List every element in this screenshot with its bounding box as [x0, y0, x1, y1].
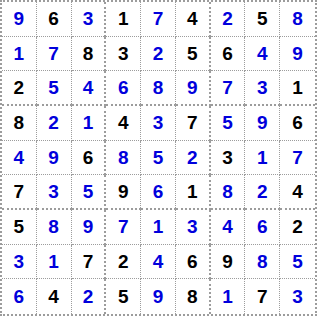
cell-r8c8[interactable]: 8 — [245, 245, 280, 280]
cell-r9c8[interactable]: 7 — [245, 279, 280, 314]
cell-r2c5[interactable]: 2 — [141, 37, 176, 72]
cell-r6c6[interactable]: 1 — [176, 175, 211, 210]
cell-r4c4[interactable]: 4 — [106, 106, 141, 141]
cell-r6c1[interactable]: 7 — [2, 175, 37, 210]
cell-r9c1[interactable]: 6 — [2, 279, 37, 314]
cell-r8c2[interactable]: 1 — [37, 245, 72, 280]
cell-r8c3[interactable]: 7 — [72, 245, 107, 280]
cell-r4c6[interactable]: 7 — [176, 106, 211, 141]
cell-r3c7[interactable]: 7 — [211, 71, 246, 106]
cell-r6c5[interactable]: 6 — [141, 175, 176, 210]
cell-r1c5[interactable]: 7 — [141, 2, 176, 37]
cell-r3c6[interactable]: 9 — [176, 71, 211, 106]
cell-r6c4[interactable]: 9 — [106, 175, 141, 210]
cell-r5c7[interactable]: 3 — [211, 141, 246, 176]
cell-r2c1[interactable]: 1 — [2, 37, 37, 72]
cell-r8c7[interactable]: 9 — [211, 245, 246, 280]
sudoku-board: 9631742581783256492546897318214375964968… — [0, 0, 317, 316]
cell-r9c4[interactable]: 5 — [106, 279, 141, 314]
cell-r9c5[interactable]: 9 — [141, 279, 176, 314]
cell-r2c9[interactable]: 9 — [280, 37, 315, 72]
cell-r1c6[interactable]: 4 — [176, 2, 211, 37]
cell-r4c9[interactable]: 6 — [280, 106, 315, 141]
cell-r6c3[interactable]: 5 — [72, 175, 107, 210]
cell-r7c4[interactable]: 7 — [106, 210, 141, 245]
cell-r9c9[interactable]: 3 — [280, 279, 315, 314]
cell-r5c1[interactable]: 4 — [2, 141, 37, 176]
cell-r3c2[interactable]: 5 — [37, 71, 72, 106]
cell-r8c1[interactable]: 3 — [2, 245, 37, 280]
cell-r2c8[interactable]: 4 — [245, 37, 280, 72]
cell-r4c7[interactable]: 5 — [211, 106, 246, 141]
cell-r1c7[interactable]: 2 — [211, 2, 246, 37]
cell-r6c8[interactable]: 2 — [245, 175, 280, 210]
cell-r1c1[interactable]: 9 — [2, 2, 37, 37]
cell-r8c9[interactable]: 5 — [280, 245, 315, 280]
cell-r5c8[interactable]: 1 — [245, 141, 280, 176]
cell-r5c6[interactable]: 2 — [176, 141, 211, 176]
cell-r1c9[interactable]: 8 — [280, 2, 315, 37]
cell-r9c2[interactable]: 4 — [37, 279, 72, 314]
cell-r7c3[interactable]: 9 — [72, 210, 107, 245]
cell-r2c6[interactable]: 5 — [176, 37, 211, 72]
cell-r2c4[interactable]: 3 — [106, 37, 141, 72]
cell-r1c8[interactable]: 5 — [245, 2, 280, 37]
cell-r2c2[interactable]: 7 — [37, 37, 72, 72]
cell-r8c6[interactable]: 6 — [176, 245, 211, 280]
cell-r5c5[interactable]: 5 — [141, 141, 176, 176]
cell-r3c5[interactable]: 8 — [141, 71, 176, 106]
cell-r9c7[interactable]: 1 — [211, 279, 246, 314]
cell-r4c1[interactable]: 8 — [2, 106, 37, 141]
cell-r8c5[interactable]: 4 — [141, 245, 176, 280]
cell-r8c4[interactable]: 2 — [106, 245, 141, 280]
cell-r7c1[interactable]: 5 — [2, 210, 37, 245]
cell-r3c1[interactable]: 2 — [2, 71, 37, 106]
cell-r2c7[interactable]: 6 — [211, 37, 246, 72]
cell-r6c2[interactable]: 3 — [37, 175, 72, 210]
cell-r1c3[interactable]: 3 — [72, 2, 107, 37]
cell-r9c3[interactable]: 2 — [72, 279, 107, 314]
cell-r4c8[interactable]: 9 — [245, 106, 280, 141]
cell-r5c4[interactable]: 8 — [106, 141, 141, 176]
cell-r1c4[interactable]: 1 — [106, 2, 141, 37]
cell-r7c8[interactable]: 6 — [245, 210, 280, 245]
cell-r5c2[interactable]: 9 — [37, 141, 72, 176]
cell-r4c3[interactable]: 1 — [72, 106, 107, 141]
cell-r7c6[interactable]: 3 — [176, 210, 211, 245]
cell-r4c2[interactable]: 2 — [37, 106, 72, 141]
cell-r6c9[interactable]: 4 — [280, 175, 315, 210]
cell-r3c3[interactable]: 4 — [72, 71, 107, 106]
cell-r3c4[interactable]: 6 — [106, 71, 141, 106]
cell-r4c5[interactable]: 3 — [141, 106, 176, 141]
cell-r7c9[interactable]: 2 — [280, 210, 315, 245]
cell-r1c2[interactable]: 6 — [37, 2, 72, 37]
cell-r7c7[interactable]: 4 — [211, 210, 246, 245]
cell-r7c2[interactable]: 8 — [37, 210, 72, 245]
cell-r3c8[interactable]: 3 — [245, 71, 280, 106]
cell-r5c3[interactable]: 6 — [72, 141, 107, 176]
cell-r5c9[interactable]: 7 — [280, 141, 315, 176]
cell-r2c3[interactable]: 8 — [72, 37, 107, 72]
cell-r9c6[interactable]: 8 — [176, 279, 211, 314]
cell-r6c7[interactable]: 8 — [211, 175, 246, 210]
cell-r3c9[interactable]: 1 — [280, 71, 315, 106]
cell-r7c5[interactable]: 1 — [141, 210, 176, 245]
